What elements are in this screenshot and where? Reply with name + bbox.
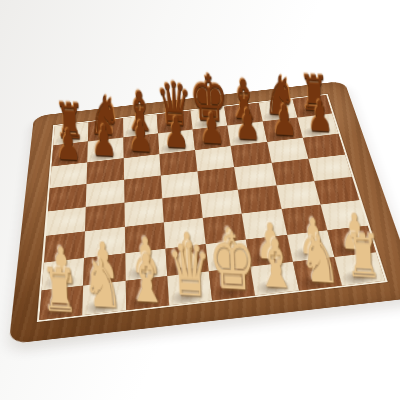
black-pawn[interactable]: ♟	[271, 100, 298, 142]
square-f1[interactable]: ♝	[251, 262, 299, 296]
square-a1[interactable]: ♜	[39, 285, 83, 320]
product-photo-background: ♜♞♝♛♚♝♞♜♟♟♟♟♟♟♟♟♟♟♟♟♟♟♟♟♜♞♝♛♚♝♞♜	[0, 0, 400, 400]
black-pawn[interactable]: ♟	[55, 125, 82, 167]
black-pawn[interactable]: ♟	[307, 96, 334, 138]
scene: ♜♞♝♛♚♝♞♜♟♟♟♟♟♟♟♟♟♟♟♟♟♟♟♟♜♞♝♛♚♝♞♜	[3, 0, 397, 391]
square-d7[interactable]: ♟	[158, 130, 195, 154]
square-g5[interactable]	[271, 159, 314, 186]
square-g4[interactable]	[276, 181, 320, 209]
square-d1[interactable]: ♛	[167, 271, 212, 305]
square-h5[interactable]	[308, 154, 352, 181]
square-c4[interactable]	[124, 198, 164, 227]
black-pawn[interactable]: ♟	[91, 121, 118, 163]
white-king[interactable]: ♚	[208, 225, 258, 302]
square-d4[interactable]	[162, 194, 203, 223]
white-knight[interactable]: ♞	[298, 226, 341, 291]
square-c5[interactable]	[124, 175, 162, 202]
square-d5[interactable]	[161, 171, 200, 198]
square-c7[interactable]: ♟	[123, 134, 159, 158]
square-f4[interactable]	[238, 185, 281, 213]
white-rook[interactable]: ♜	[344, 228, 382, 287]
square-b5[interactable]	[86, 180, 124, 207]
white-queen[interactable]: ♛	[166, 234, 213, 306]
square-c1[interactable]: ♝	[125, 276, 169, 310]
square-a5[interactable]	[48, 184, 87, 211]
chess-board: ♜♞♝♛♚♝♞♜♟♟♟♟♟♟♟♟♟♟♟♟♟♟♟♟♜♞♝♛♚♝♞♜	[9, 81, 400, 344]
black-pawn[interactable]: ♟	[127, 117, 154, 159]
white-rook[interactable]: ♜	[41, 262, 79, 321]
black-pawn[interactable]: ♟	[163, 113, 190, 155]
square-g1[interactable]: ♞	[292, 257, 341, 291]
white-bishop[interactable]: ♝	[255, 231, 298, 296]
square-f5[interactable]	[234, 163, 276, 190]
white-knight[interactable]: ♞	[82, 251, 125, 316]
square-a6[interactable]	[50, 162, 88, 188]
square-e5[interactable]	[197, 167, 238, 194]
square-a4[interactable]	[46, 207, 86, 236]
black-pawn[interactable]: ♟	[235, 104, 262, 146]
square-e1[interactable]: ♚	[209, 266, 256, 300]
white-bishop[interactable]: ♝	[125, 246, 168, 311]
black-pawn[interactable]: ♟	[199, 109, 226, 151]
square-b1[interactable]: ♞	[82, 281, 125, 316]
square-h4[interactable]	[314, 177, 359, 205]
board-grid: ♜♞♝♛♚♝♞♜♟♟♟♟♟♟♟♟♟♟♟♟♟♟♟♟♜♞♝♛♚♝♞♜	[37, 94, 388, 322]
